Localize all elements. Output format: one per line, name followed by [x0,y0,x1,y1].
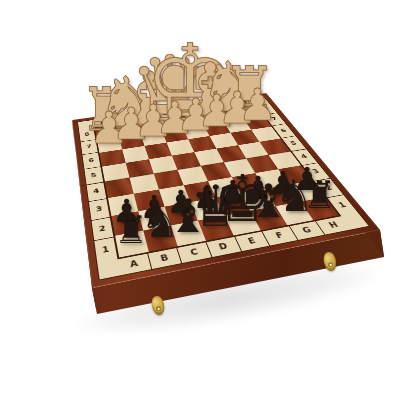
square-a5 [102,163,129,182]
chess-set-product-photo: ABCDEFGH ABCDEFGH 87654321 87654321 ♜♞♝♛… [0,0,400,400]
